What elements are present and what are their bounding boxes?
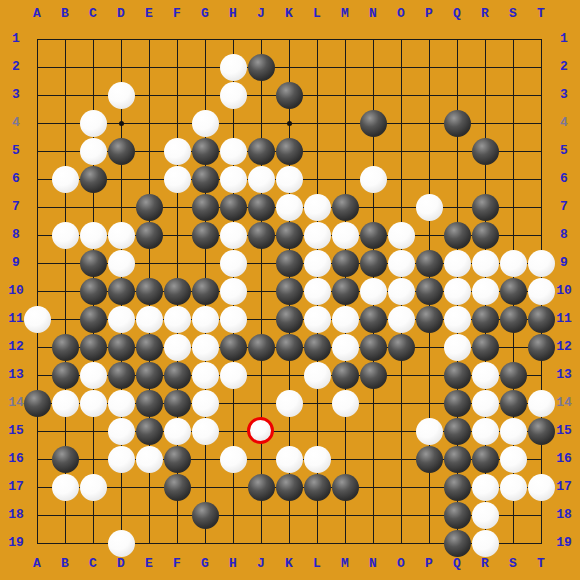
point-D13[interactable] <box>107 361 135 389</box>
point-D16[interactable] <box>107 445 135 473</box>
point-Q9[interactable] <box>443 249 471 277</box>
point-G2[interactable] <box>191 53 219 81</box>
point-F14[interactable] <box>163 389 191 417</box>
point-M12[interactable] <box>331 333 359 361</box>
point-F19[interactable] <box>163 529 191 557</box>
point-C12[interactable] <box>79 333 107 361</box>
point-S18[interactable] <box>499 501 527 529</box>
point-M8[interactable] <box>331 221 359 249</box>
point-R3[interactable] <box>471 81 499 109</box>
point-T17[interactable] <box>527 473 555 501</box>
point-K14[interactable] <box>275 389 303 417</box>
point-E11[interactable] <box>135 305 163 333</box>
point-E16[interactable] <box>135 445 163 473</box>
point-B15[interactable] <box>51 417 79 445</box>
point-H11[interactable] <box>219 305 247 333</box>
point-H1[interactable] <box>219 25 247 53</box>
point-D6[interactable] <box>107 165 135 193</box>
point-Q1[interactable] <box>443 25 471 53</box>
point-F8[interactable] <box>163 221 191 249</box>
point-J19[interactable] <box>247 529 275 557</box>
point-M10[interactable] <box>331 277 359 305</box>
point-C17[interactable] <box>79 473 107 501</box>
point-K8[interactable] <box>275 221 303 249</box>
point-R2[interactable] <box>471 53 499 81</box>
point-T9[interactable] <box>527 249 555 277</box>
point-B16[interactable] <box>51 445 79 473</box>
point-P11[interactable] <box>415 305 443 333</box>
point-P6[interactable] <box>415 165 443 193</box>
point-E12[interactable] <box>135 333 163 361</box>
point-K6[interactable] <box>275 165 303 193</box>
point-J5[interactable] <box>247 137 275 165</box>
point-M16[interactable] <box>331 445 359 473</box>
point-A6[interactable] <box>23 165 51 193</box>
point-L19[interactable] <box>303 529 331 557</box>
point-E18[interactable] <box>135 501 163 529</box>
point-L5[interactable] <box>303 137 331 165</box>
point-D4[interactable] <box>107 109 135 137</box>
point-S2[interactable] <box>499 53 527 81</box>
point-F2[interactable] <box>163 53 191 81</box>
point-P15[interactable] <box>415 417 443 445</box>
point-S12[interactable] <box>499 333 527 361</box>
point-A1[interactable] <box>23 25 51 53</box>
point-Q2[interactable] <box>443 53 471 81</box>
point-O1[interactable] <box>387 25 415 53</box>
point-R12[interactable] <box>471 333 499 361</box>
point-T13[interactable] <box>527 361 555 389</box>
point-F9[interactable] <box>163 249 191 277</box>
point-E8[interactable] <box>135 221 163 249</box>
point-R19[interactable] <box>471 529 499 557</box>
point-O17[interactable] <box>387 473 415 501</box>
point-L18[interactable] <box>303 501 331 529</box>
point-C8[interactable] <box>79 221 107 249</box>
point-O8[interactable] <box>387 221 415 249</box>
point-G1[interactable] <box>191 25 219 53</box>
point-S11[interactable] <box>499 305 527 333</box>
point-B5[interactable] <box>51 137 79 165</box>
point-C19[interactable] <box>79 529 107 557</box>
point-M3[interactable] <box>331 81 359 109</box>
point-A2[interactable] <box>23 53 51 81</box>
point-E2[interactable] <box>135 53 163 81</box>
point-O3[interactable] <box>387 81 415 109</box>
point-J3[interactable] <box>247 81 275 109</box>
point-D11[interactable] <box>107 305 135 333</box>
point-M5[interactable] <box>331 137 359 165</box>
point-B2[interactable] <box>51 53 79 81</box>
point-K3[interactable] <box>275 81 303 109</box>
point-O19[interactable] <box>387 529 415 557</box>
point-J10[interactable] <box>247 277 275 305</box>
point-G5[interactable] <box>191 137 219 165</box>
point-C15[interactable] <box>79 417 107 445</box>
point-T18[interactable] <box>527 501 555 529</box>
point-B11[interactable] <box>51 305 79 333</box>
point-M4[interactable] <box>331 109 359 137</box>
point-R8[interactable] <box>471 221 499 249</box>
point-P16[interactable] <box>415 445 443 473</box>
point-K7[interactable] <box>275 193 303 221</box>
point-F1[interactable] <box>163 25 191 53</box>
point-J12[interactable] <box>247 333 275 361</box>
point-M9[interactable] <box>331 249 359 277</box>
point-M17[interactable] <box>331 473 359 501</box>
point-G3[interactable] <box>191 81 219 109</box>
point-M1[interactable] <box>331 25 359 53</box>
point-H19[interactable] <box>219 529 247 557</box>
point-N14[interactable] <box>359 389 387 417</box>
point-E7[interactable] <box>135 193 163 221</box>
point-E6[interactable] <box>135 165 163 193</box>
point-G7[interactable] <box>191 193 219 221</box>
point-B4[interactable] <box>51 109 79 137</box>
point-M13[interactable] <box>331 361 359 389</box>
point-S16[interactable] <box>499 445 527 473</box>
point-J4[interactable] <box>247 109 275 137</box>
point-M19[interactable] <box>331 529 359 557</box>
point-P8[interactable] <box>415 221 443 249</box>
point-L12[interactable] <box>303 333 331 361</box>
point-T15[interactable] <box>527 417 555 445</box>
point-K11[interactable] <box>275 305 303 333</box>
point-H12[interactable] <box>219 333 247 361</box>
point-N9[interactable] <box>359 249 387 277</box>
point-S19[interactable] <box>499 529 527 557</box>
point-K19[interactable] <box>275 529 303 557</box>
point-H9[interactable] <box>219 249 247 277</box>
point-B6[interactable] <box>51 165 79 193</box>
point-S13[interactable] <box>499 361 527 389</box>
point-D18[interactable] <box>107 501 135 529</box>
point-E5[interactable] <box>135 137 163 165</box>
point-K13[interactable] <box>275 361 303 389</box>
point-P14[interactable] <box>415 389 443 417</box>
point-P4[interactable] <box>415 109 443 137</box>
point-O6[interactable] <box>387 165 415 193</box>
point-O10[interactable] <box>387 277 415 305</box>
point-H17[interactable] <box>219 473 247 501</box>
point-T12[interactable] <box>527 333 555 361</box>
point-A4[interactable] <box>23 109 51 137</box>
point-O12[interactable] <box>387 333 415 361</box>
point-P5[interactable] <box>415 137 443 165</box>
point-A15[interactable] <box>23 417 51 445</box>
point-L13[interactable] <box>303 361 331 389</box>
point-R11[interactable] <box>471 305 499 333</box>
point-J14[interactable] <box>247 389 275 417</box>
point-L11[interactable] <box>303 305 331 333</box>
point-A7[interactable] <box>23 193 51 221</box>
point-Q12[interactable] <box>443 333 471 361</box>
point-J9[interactable] <box>247 249 275 277</box>
point-A11[interactable] <box>23 305 51 333</box>
point-C10[interactable] <box>79 277 107 305</box>
point-P12[interactable] <box>415 333 443 361</box>
point-N18[interactable] <box>359 501 387 529</box>
point-R15[interactable] <box>471 417 499 445</box>
point-T8[interactable] <box>527 221 555 249</box>
point-Q18[interactable] <box>443 501 471 529</box>
point-D8[interactable] <box>107 221 135 249</box>
point-Q13[interactable] <box>443 361 471 389</box>
point-J7[interactable] <box>247 193 275 221</box>
point-N12[interactable] <box>359 333 387 361</box>
point-Q14[interactable] <box>443 389 471 417</box>
point-O15[interactable] <box>387 417 415 445</box>
point-G13[interactable] <box>191 361 219 389</box>
point-S5[interactable] <box>499 137 527 165</box>
point-O13[interactable] <box>387 361 415 389</box>
point-D1[interactable] <box>107 25 135 53</box>
point-S15[interactable] <box>499 417 527 445</box>
point-A17[interactable] <box>23 473 51 501</box>
point-O9[interactable] <box>387 249 415 277</box>
point-A5[interactable] <box>23 137 51 165</box>
point-C6[interactable] <box>79 165 107 193</box>
point-B17[interactable] <box>51 473 79 501</box>
point-F17[interactable] <box>163 473 191 501</box>
point-H6[interactable] <box>219 165 247 193</box>
point-L1[interactable] <box>303 25 331 53</box>
point-R9[interactable] <box>471 249 499 277</box>
point-B1[interactable] <box>51 25 79 53</box>
point-G8[interactable] <box>191 221 219 249</box>
point-A18[interactable] <box>23 501 51 529</box>
point-H16[interactable] <box>219 445 247 473</box>
point-S14[interactable] <box>499 389 527 417</box>
point-J11[interactable] <box>247 305 275 333</box>
point-P10[interactable] <box>415 277 443 305</box>
point-B12[interactable] <box>51 333 79 361</box>
point-G17[interactable] <box>191 473 219 501</box>
point-L17[interactable] <box>303 473 331 501</box>
point-A13[interactable] <box>23 361 51 389</box>
point-T4[interactable] <box>527 109 555 137</box>
point-E9[interactable] <box>135 249 163 277</box>
point-R17[interactable] <box>471 473 499 501</box>
point-L9[interactable] <box>303 249 331 277</box>
point-N5[interactable] <box>359 137 387 165</box>
point-O14[interactable] <box>387 389 415 417</box>
point-L8[interactable] <box>303 221 331 249</box>
point-O2[interactable] <box>387 53 415 81</box>
point-N13[interactable] <box>359 361 387 389</box>
point-N3[interactable] <box>359 81 387 109</box>
point-A12[interactable] <box>23 333 51 361</box>
point-O11[interactable] <box>387 305 415 333</box>
point-R13[interactable] <box>471 361 499 389</box>
point-M2[interactable] <box>331 53 359 81</box>
point-G19[interactable] <box>191 529 219 557</box>
point-L10[interactable] <box>303 277 331 305</box>
point-T1[interactable] <box>527 25 555 53</box>
point-J18[interactable] <box>247 501 275 529</box>
point-N19[interactable] <box>359 529 387 557</box>
point-A14[interactable] <box>23 389 51 417</box>
point-B3[interactable] <box>51 81 79 109</box>
point-G9[interactable] <box>191 249 219 277</box>
point-A8[interactable] <box>23 221 51 249</box>
point-D3[interactable] <box>107 81 135 109</box>
point-K9[interactable] <box>275 249 303 277</box>
point-F16[interactable] <box>163 445 191 473</box>
point-B19[interactable] <box>51 529 79 557</box>
point-G14[interactable] <box>191 389 219 417</box>
point-N16[interactable] <box>359 445 387 473</box>
point-B9[interactable] <box>51 249 79 277</box>
point-A3[interactable] <box>23 81 51 109</box>
point-M7[interactable] <box>331 193 359 221</box>
point-K12[interactable] <box>275 333 303 361</box>
point-N15[interactable] <box>359 417 387 445</box>
point-C16[interactable] <box>79 445 107 473</box>
point-T11[interactable] <box>527 305 555 333</box>
point-Q4[interactable] <box>443 109 471 137</box>
point-F10[interactable] <box>163 277 191 305</box>
point-P17[interactable] <box>415 473 443 501</box>
point-B7[interactable] <box>51 193 79 221</box>
point-H3[interactable] <box>219 81 247 109</box>
point-E17[interactable] <box>135 473 163 501</box>
point-L16[interactable] <box>303 445 331 473</box>
point-E15[interactable] <box>135 417 163 445</box>
point-J17[interactable] <box>247 473 275 501</box>
point-K10[interactable] <box>275 277 303 305</box>
point-K4[interactable] <box>275 109 303 137</box>
point-E4[interactable] <box>135 109 163 137</box>
point-S3[interactable] <box>499 81 527 109</box>
point-F3[interactable] <box>163 81 191 109</box>
point-G18[interactable] <box>191 501 219 529</box>
point-J6[interactable] <box>247 165 275 193</box>
point-L14[interactable] <box>303 389 331 417</box>
point-G6[interactable] <box>191 165 219 193</box>
point-E3[interactable] <box>135 81 163 109</box>
point-A19[interactable] <box>23 529 51 557</box>
point-A16[interactable] <box>23 445 51 473</box>
point-Q11[interactable] <box>443 305 471 333</box>
point-O18[interactable] <box>387 501 415 529</box>
point-N11[interactable] <box>359 305 387 333</box>
point-D9[interactable] <box>107 249 135 277</box>
point-D5[interactable] <box>107 137 135 165</box>
point-F18[interactable] <box>163 501 191 529</box>
point-Q8[interactable] <box>443 221 471 249</box>
point-H18[interactable] <box>219 501 247 529</box>
point-O16[interactable] <box>387 445 415 473</box>
point-P2[interactable] <box>415 53 443 81</box>
point-E13[interactable] <box>135 361 163 389</box>
point-G10[interactable] <box>191 277 219 305</box>
point-N8[interactable] <box>359 221 387 249</box>
point-J8[interactable] <box>247 221 275 249</box>
point-H8[interactable] <box>219 221 247 249</box>
point-F11[interactable] <box>163 305 191 333</box>
point-P19[interactable] <box>415 529 443 557</box>
point-E10[interactable] <box>135 277 163 305</box>
point-F4[interactable] <box>163 109 191 137</box>
point-T14[interactable] <box>527 389 555 417</box>
point-L3[interactable] <box>303 81 331 109</box>
point-D12[interactable] <box>107 333 135 361</box>
point-S6[interactable] <box>499 165 527 193</box>
point-E1[interactable] <box>135 25 163 53</box>
point-Q5[interactable] <box>443 137 471 165</box>
point-P1[interactable] <box>415 25 443 53</box>
point-D7[interactable] <box>107 193 135 221</box>
point-R10[interactable] <box>471 277 499 305</box>
point-S8[interactable] <box>499 221 527 249</box>
point-L4[interactable] <box>303 109 331 137</box>
point-H10[interactable] <box>219 277 247 305</box>
point-J1[interactable] <box>247 25 275 53</box>
point-F13[interactable] <box>163 361 191 389</box>
point-Q17[interactable] <box>443 473 471 501</box>
point-A9[interactable] <box>23 249 51 277</box>
point-N7[interactable] <box>359 193 387 221</box>
point-C3[interactable] <box>79 81 107 109</box>
point-P13[interactable] <box>415 361 443 389</box>
point-G16[interactable] <box>191 445 219 473</box>
point-Q7[interactable] <box>443 193 471 221</box>
point-N2[interactable] <box>359 53 387 81</box>
point-P18[interactable] <box>415 501 443 529</box>
point-L6[interactable] <box>303 165 331 193</box>
point-K1[interactable] <box>275 25 303 53</box>
point-H7[interactable] <box>219 193 247 221</box>
point-N6[interactable] <box>359 165 387 193</box>
point-H2[interactable] <box>219 53 247 81</box>
point-L2[interactable] <box>303 53 331 81</box>
point-H14[interactable] <box>219 389 247 417</box>
point-O7[interactable] <box>387 193 415 221</box>
point-N4[interactable] <box>359 109 387 137</box>
point-P9[interactable] <box>415 249 443 277</box>
point-R1[interactable] <box>471 25 499 53</box>
point-B14[interactable] <box>51 389 79 417</box>
point-F6[interactable] <box>163 165 191 193</box>
point-D2[interactable] <box>107 53 135 81</box>
point-Q6[interactable] <box>443 165 471 193</box>
point-S10[interactable] <box>499 277 527 305</box>
point-T3[interactable] <box>527 81 555 109</box>
point-H4[interactable] <box>219 109 247 137</box>
point-D19[interactable] <box>107 529 135 557</box>
point-S7[interactable] <box>499 193 527 221</box>
point-J16[interactable] <box>247 445 275 473</box>
point-T6[interactable] <box>527 165 555 193</box>
point-R14[interactable] <box>471 389 499 417</box>
point-B13[interactable] <box>51 361 79 389</box>
point-R6[interactable] <box>471 165 499 193</box>
point-M6[interactable] <box>331 165 359 193</box>
point-T7[interactable] <box>527 193 555 221</box>
point-T19[interactable] <box>527 529 555 557</box>
point-S1[interactable] <box>499 25 527 53</box>
point-O4[interactable] <box>387 109 415 137</box>
point-H13[interactable] <box>219 361 247 389</box>
point-E19[interactable] <box>135 529 163 557</box>
point-M18[interactable] <box>331 501 359 529</box>
point-J2[interactable] <box>247 53 275 81</box>
point-G15[interactable] <box>191 417 219 445</box>
point-C5[interactable] <box>79 137 107 165</box>
point-H5[interactable] <box>219 137 247 165</box>
point-R7[interactable] <box>471 193 499 221</box>
